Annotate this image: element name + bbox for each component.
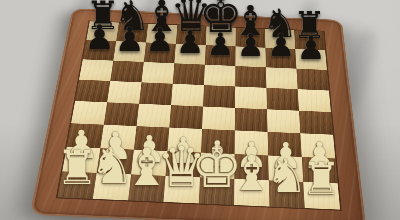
square-h5[interactable] bbox=[298, 89, 331, 112]
square-a5[interactable] bbox=[75, 80, 110, 103]
square-c4[interactable] bbox=[137, 104, 172, 128]
square-c6[interactable] bbox=[142, 62, 175, 84]
square-e5[interactable] bbox=[203, 85, 235, 108]
piece-black-p-c7[interactable]: ♟ bbox=[145, 24, 174, 57]
square-e6[interactable] bbox=[204, 65, 235, 87]
square-h4[interactable] bbox=[299, 111, 333, 135]
piece-white-r-h1[interactable]: ♜ bbox=[302, 157, 342, 201]
square-g5[interactable] bbox=[266, 88, 299, 111]
square-g6[interactable] bbox=[266, 67, 298, 89]
square-f6[interactable] bbox=[235, 66, 266, 88]
piece-black-p-g7[interactable]: ♟ bbox=[267, 31, 295, 63]
square-e4[interactable] bbox=[202, 107, 235, 131]
piece-black-p-b7[interactable]: ♟ bbox=[115, 22, 145, 55]
square-d5[interactable] bbox=[171, 84, 204, 107]
square-d6[interactable] bbox=[173, 63, 205, 85]
square-f4[interactable] bbox=[235, 108, 268, 132]
square-c5[interactable] bbox=[139, 82, 173, 105]
piece-black-p-d7[interactable]: ♟ bbox=[176, 26, 205, 58]
piece-black-p-f7[interactable]: ♟ bbox=[237, 30, 265, 61]
square-g4[interactable] bbox=[267, 109, 300, 133]
square-f5[interactable] bbox=[235, 86, 267, 109]
square-b4[interactable] bbox=[104, 102, 139, 126]
square-d4[interactable] bbox=[169, 105, 203, 129]
square-b6[interactable] bbox=[110, 61, 144, 83]
square-a4[interactable] bbox=[71, 101, 107, 125]
square-h6[interactable] bbox=[296, 69, 328, 91]
piece-black-p-a7[interactable]: ♟ bbox=[84, 20, 115, 54]
piece-black-p-h7[interactable]: ♟ bbox=[297, 31, 326, 63]
piece-black-p-e7[interactable]: ♟ bbox=[206, 28, 234, 59]
photo-background: ♜♞♝♛♚♝♞♜♟♟♟♟♟♟♟♟♟♟♟♟♟♟♟♟♜♞♝♛♚♝♞♜ bbox=[0, 0, 400, 220]
square-a6[interactable] bbox=[79, 59, 113, 81]
square-b5[interactable] bbox=[107, 81, 141, 104]
